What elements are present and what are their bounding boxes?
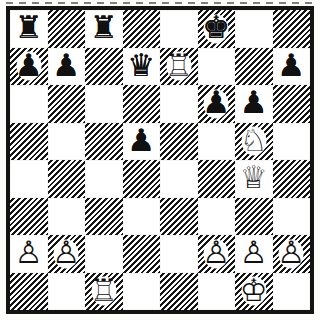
square-d7: ♛ xyxy=(123,48,161,86)
square-g5: ♘ xyxy=(235,123,273,161)
square-f2: ♙ xyxy=(198,235,236,273)
square-h7: ♟ xyxy=(273,48,311,86)
square-d4 xyxy=(123,160,161,198)
black-pawn-a7: ♟ xyxy=(15,50,43,81)
square-c1: ♖ xyxy=(85,273,123,311)
square-f6: ♟ xyxy=(198,85,236,123)
black-pawn-h7: ♟ xyxy=(277,50,305,81)
square-e5 xyxy=(160,123,198,161)
white-knight-g5: ♘ xyxy=(240,125,268,156)
square-g2: ♙ xyxy=(235,235,273,273)
square-b2: ♙ xyxy=(48,235,86,273)
square-b8 xyxy=(48,10,86,48)
square-a1 xyxy=(10,273,48,311)
square-f8: ♚ xyxy=(198,10,236,48)
square-e6 xyxy=(160,85,198,123)
white-pawn-h2: ♙ xyxy=(277,237,305,268)
square-f4 xyxy=(198,160,236,198)
square-c6 xyxy=(85,85,123,123)
white-pawn-f2: ♙ xyxy=(202,237,230,268)
square-a7: ♟ xyxy=(10,48,48,86)
square-a4 xyxy=(10,160,48,198)
square-a8: ♜ xyxy=(10,10,48,48)
square-f7 xyxy=(198,48,236,86)
square-b4 xyxy=(48,160,86,198)
square-c3 xyxy=(85,198,123,236)
black-rook-a8: ♜ xyxy=(15,12,43,43)
square-c2 xyxy=(85,235,123,273)
square-g4: ♕ xyxy=(235,160,273,198)
square-e7: ♖ xyxy=(160,48,198,86)
square-h8 xyxy=(273,10,311,48)
square-d2 xyxy=(123,235,161,273)
square-a5 xyxy=(10,123,48,161)
square-d3 xyxy=(123,198,161,236)
white-pawn-b2: ♙ xyxy=(52,237,80,268)
black-pawn-f6: ♟ xyxy=(202,87,230,118)
square-g7 xyxy=(235,48,273,86)
square-e2 xyxy=(160,235,198,273)
white-pawn-g2: ♙ xyxy=(240,237,268,268)
square-g8 xyxy=(235,10,273,48)
square-b6 xyxy=(48,85,86,123)
white-pawn-a2: ♙ xyxy=(15,237,43,268)
square-h4 xyxy=(273,160,311,198)
square-e8 xyxy=(160,10,198,48)
square-f3 xyxy=(198,198,236,236)
white-queen-g4: ♕ xyxy=(240,162,268,193)
square-e3 xyxy=(160,198,198,236)
square-h6 xyxy=(273,85,311,123)
square-e4 xyxy=(160,160,198,198)
square-c7 xyxy=(85,48,123,86)
square-g3 xyxy=(235,198,273,236)
square-c4 xyxy=(85,160,123,198)
square-d8 xyxy=(123,10,161,48)
square-h3 xyxy=(273,198,311,236)
square-c8: ♜ xyxy=(85,10,123,48)
square-h2: ♙ xyxy=(273,235,311,273)
black-queen-d7: ♛ xyxy=(127,50,155,81)
white-rook-c1: ♖ xyxy=(90,275,118,306)
square-g6: ♟ xyxy=(235,85,273,123)
square-b3 xyxy=(48,198,86,236)
square-a2: ♙ xyxy=(10,235,48,273)
square-c5 xyxy=(85,123,123,161)
black-rook-c8: ♜ xyxy=(90,12,118,43)
black-pawn-g6: ♟ xyxy=(240,87,268,118)
square-d1 xyxy=(123,273,161,311)
square-h1 xyxy=(273,273,311,311)
square-e1 xyxy=(160,273,198,311)
square-a3 xyxy=(10,198,48,236)
square-b7: ♟ xyxy=(48,48,86,86)
square-f5 xyxy=(198,123,236,161)
square-g1: ♔ xyxy=(235,273,273,311)
white-king-g1: ♔ xyxy=(240,275,268,306)
square-d6 xyxy=(123,85,161,123)
square-d5: ♟ xyxy=(123,123,161,161)
chess-board: ♜♜♚♟♟♛♖♟♟♟♟♘♕♙♙♙♙♙♖♔ xyxy=(10,10,310,310)
square-h5 xyxy=(273,123,311,161)
white-rook-e7: ♖ xyxy=(165,50,193,81)
black-pawn-b7: ♟ xyxy=(52,50,80,81)
square-b5 xyxy=(48,123,86,161)
black-king-f8: ♚ xyxy=(202,12,230,43)
square-f1 xyxy=(198,273,236,311)
square-a6 xyxy=(10,85,48,123)
square-b1 xyxy=(48,273,86,311)
chess-board-frame: ♜♜♚♟♟♛♖♟♟♟♟♘♕♙♙♙♙♙♖♔ xyxy=(6,6,314,314)
black-pawn-d5: ♟ xyxy=(127,125,155,156)
